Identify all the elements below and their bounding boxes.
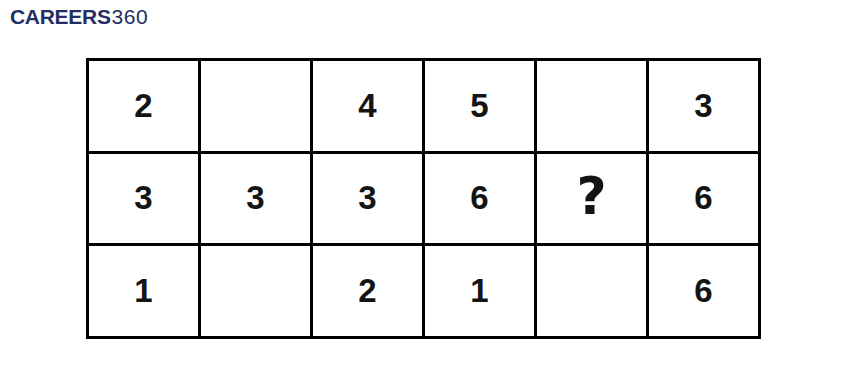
careers360-logo: CAREERS360	[10, 6, 148, 27]
cell-r3c1: 1	[89, 246, 198, 336]
cell-r1c4: 5	[425, 61, 534, 151]
logo-text-careers: CAREERS	[10, 5, 111, 28]
cell-r3c3: 2	[313, 246, 422, 336]
cell-r1c2	[201, 61, 310, 151]
number-puzzle-grid: 2 4 5 3 3 3 3 6 ? 6 1 2 1 6	[86, 58, 761, 339]
cell-r2c6: 6	[649, 154, 758, 244]
cell-r1c1: 2	[89, 61, 198, 151]
cell-r2c3: 3	[313, 154, 422, 244]
cell-r1c6: 3	[649, 61, 758, 151]
cell-r2c1: 3	[89, 154, 198, 244]
cell-r3c6: 6	[649, 246, 758, 336]
cell-r3c2	[201, 246, 310, 336]
cell-r3c5	[537, 246, 646, 336]
cell-r3c4: 1	[425, 246, 534, 336]
cell-r1c3: 4	[313, 61, 422, 151]
logo-text-360: 360	[112, 5, 149, 28]
cell-r2c5-unknown: ?	[537, 154, 646, 244]
cell-r2c4: 6	[425, 154, 534, 244]
cell-r1c5	[537, 61, 646, 151]
cell-r2c2: 3	[201, 154, 310, 244]
